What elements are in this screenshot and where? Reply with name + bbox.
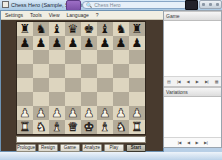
square-e2[interactable]: ♟ [81, 106, 97, 120]
square-g7[interactable]: ♟ [113, 36, 129, 50]
square-c2[interactable]: ♟ [49, 106, 65, 120]
square-d7[interactable]: ♟ [65, 36, 81, 50]
last-variation-icon[interactable]: ▶| [204, 138, 207, 147]
white-knight: ♞ [116, 120, 127, 134]
square-f3[interactable] [97, 92, 113, 106]
side-panel: Game ▤|◀◀▶▶|▦ Variations |◀◀▶▶| [163, 10, 222, 148]
square-f8[interactable]: ♝ [97, 22, 113, 36]
square-d6[interactable] [65, 50, 81, 64]
play-button[interactable]: Play [104, 144, 124, 152]
square-h4[interactable] [129, 78, 145, 92]
square-h6[interactable] [129, 50, 145, 64]
square-e6[interactable] [81, 50, 97, 64]
black-rook: ♜ [20, 22, 31, 36]
square-b2[interactable]: ♟ [33, 106, 49, 120]
black-knight: ♞ [36, 22, 47, 36]
resign-button[interactable]: Resign [38, 144, 58, 152]
black-pawn: ♟ [68, 36, 79, 50]
square-a7[interactable]: ♟ [17, 36, 33, 50]
engine-progress-bar [16, 136, 146, 143]
chess-app-window: SettingsToolsViewLanguage? ♜♞♝♛♚♝♞♜♟♟♟♟♟… [0, 10, 164, 152]
square-a5[interactable] [17, 64, 33, 78]
square-f5[interactable] [97, 64, 113, 78]
square-b1[interactable]: ♞ [33, 120, 49, 134]
square-f7[interactable]: ♟ [97, 36, 113, 50]
square-h7[interactable]: ♟ [129, 36, 145, 50]
black-pawn: ♟ [132, 36, 143, 50]
dark-app-icon[interactable] [185, 0, 198, 10]
minimize-icon [202, 3, 205, 6]
black-rook: ♜ [132, 22, 143, 36]
square-d2[interactable]: ♟ [65, 106, 81, 120]
search-input[interactable]: 🔍 Chess Hero [82, 1, 188, 9]
menu-item-settings[interactable]: Settings [5, 11, 23, 19]
square-g8[interactable]: ♞ [113, 22, 129, 36]
square-f1[interactable]: ♝ [97, 120, 113, 134]
window-caption-buttons[interactable] [199, 0, 222, 9]
square-d3[interactable] [65, 92, 81, 106]
white-pawn: ♟ [52, 106, 63, 120]
square-h3[interactable] [129, 92, 145, 106]
last-move-icon[interactable]: ▶| [205, 77, 208, 86]
black-pawn: ♟ [116, 36, 127, 50]
first-variation-icon[interactable]: |◀ [178, 138, 181, 147]
black-pawn: ♟ [36, 36, 47, 50]
square-e5[interactable] [81, 64, 97, 78]
square-c5[interactable] [49, 64, 65, 78]
square-e3[interactable] [81, 92, 97, 106]
grid-icon[interactable]: ▦ [215, 77, 218, 86]
black-king: ♚ [84, 22, 95, 36]
app-icon [2, 1, 9, 8]
square-e4[interactable] [81, 78, 97, 92]
move-nav-toolbar: ▤|◀◀▶▶|▦ [164, 76, 221, 87]
white-pawn: ♟ [100, 106, 111, 120]
square-c6[interactable] [49, 50, 65, 64]
close-icon [216, 3, 219, 6]
square-d5[interactable] [65, 64, 81, 78]
square-d8[interactable]: ♛ [65, 22, 81, 36]
next-variation-icon[interactable]: ▶ [196, 138, 199, 147]
square-b5[interactable] [33, 64, 49, 78]
white-bishop: ♝ [100, 120, 111, 134]
square-f4[interactable] [97, 78, 113, 92]
square-e1[interactable]: ♚ [81, 120, 97, 134]
square-a4[interactable] [17, 78, 33, 92]
menubar: SettingsToolsViewLanguage? [1, 11, 163, 20]
list-icon[interactable]: ▤ [167, 77, 170, 86]
desktop-bottom-strip [0, 152, 222, 160]
black-pawn: ♟ [84, 36, 95, 50]
black-bishop: ♝ [100, 22, 111, 36]
variations-list[interactable] [164, 97, 221, 137]
black-knight: ♞ [116, 22, 127, 36]
action-buttons-row: PrologueResignGameAnalyzePlayStart [16, 144, 146, 152]
square-h1[interactable]: ♜ [129, 120, 145, 134]
square-b3[interactable] [33, 92, 49, 106]
square-a6[interactable] [17, 50, 33, 64]
variations-panel-header: Variations [164, 87, 221, 97]
square-h8[interactable]: ♜ [129, 22, 145, 36]
square-d4[interactable] [65, 78, 81, 92]
black-queen: ♛ [68, 22, 79, 36]
menu-item-language[interactable]: Language [67, 11, 89, 19]
square-g3[interactable] [113, 92, 129, 106]
square-f6[interactable] [97, 50, 113, 64]
next-move-icon[interactable]: ▶ [196, 77, 199, 86]
square-b7[interactable]: ♟ [33, 36, 49, 50]
white-pawn: ♟ [68, 106, 79, 120]
square-f2[interactable]: ♟ [97, 106, 113, 120]
black-pawn: ♟ [100, 36, 111, 50]
square-b4[interactable] [33, 78, 49, 92]
white-pawn: ♟ [36, 106, 47, 120]
square-g5[interactable] [113, 64, 129, 78]
square-g4[interactable] [113, 78, 129, 92]
black-pawn: ♟ [20, 36, 31, 50]
square-b6[interactable] [33, 50, 49, 64]
black-pawn: ♟ [52, 36, 63, 50]
square-c7[interactable]: ♟ [49, 36, 65, 50]
square-a8[interactable]: ♜ [17, 22, 33, 36]
square-g2[interactable]: ♟ [113, 106, 129, 120]
menu-item-tools[interactable]: Tools [30, 11, 42, 19]
search-icon: 🔍 [86, 2, 92, 8]
previous-move-icon[interactable]: ◀ [187, 77, 190, 86]
search-value: Chess Hero [94, 2, 120, 8]
square-b8[interactable]: ♞ [33, 22, 49, 36]
game-button[interactable]: Game [60, 144, 80, 152]
square-e8[interactable]: ♚ [81, 22, 97, 36]
square-c8[interactable]: ♝ [49, 22, 65, 36]
square-d1[interactable]: ♛ [65, 120, 81, 134]
square-g6[interactable] [113, 50, 129, 64]
square-e7[interactable]: ♟ [81, 36, 97, 50]
white-bishop: ♝ [52, 120, 63, 134]
white-rook: ♜ [132, 120, 143, 134]
white-king: ♚ [84, 120, 95, 134]
white-pawn: ♟ [132, 106, 143, 120]
game-panel-header: Game [164, 11, 221, 21]
black-bishop: ♝ [52, 22, 63, 36]
previous-variation-icon[interactable]: ◀ [187, 138, 190, 147]
square-g1[interactable]: ♞ [113, 120, 129, 134]
white-pawn: ♟ [116, 106, 127, 120]
white-pawn: ♟ [84, 106, 95, 120]
white-queen: ♛ [68, 120, 79, 134]
square-a1[interactable]: ♜ [17, 120, 33, 134]
white-pawn: ♟ [20, 106, 31, 120]
square-a2[interactable]: ♟ [17, 106, 33, 120]
square-h2[interactable]: ♟ [129, 106, 145, 120]
square-h5[interactable] [129, 64, 145, 78]
square-c4[interactable] [49, 78, 65, 92]
square-c1[interactable]: ♝ [49, 120, 65, 134]
chess-board: ♜♞♝♛♚♝♞♜♟♟♟♟♟♟♟♟♟♟♟♟♟♟♟♟♜♞♝♛♚♝♞♜ [16, 21, 146, 135]
square-c3[interactable] [49, 92, 65, 106]
menu-item-view[interactable]: View [49, 11, 60, 19]
prologue-button[interactable]: Prologue [16, 144, 36, 152]
menu-item-help[interactable]: ? [96, 11, 99, 19]
white-knight: ♞ [36, 120, 47, 134]
maximize-icon [209, 3, 212, 6]
variation-nav-toolbar: |◀◀▶▶| [164, 137, 221, 147]
game-move-list[interactable] [164, 21, 221, 76]
first-move-icon[interactable]: |◀ [177, 77, 180, 86]
white-rook: ♜ [20, 120, 31, 134]
square-a3[interactable] [17, 92, 33, 106]
analyze-button[interactable]: Analyze [82, 144, 102, 152]
start-button[interactable]: Start [126, 144, 146, 152]
